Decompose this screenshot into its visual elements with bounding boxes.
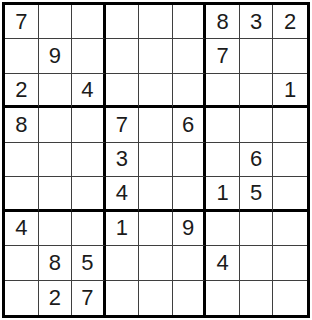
cell-r1c5[interactable] — [139, 5, 173, 39]
cell-r5c9[interactable] — [273, 143, 307, 177]
cell-r3c1[interactable]: 2 — [5, 74, 39, 108]
cell-r8c8[interactable] — [240, 246, 274, 280]
cell-r3c9[interactable]: 1 — [273, 74, 307, 108]
cell-r1c1[interactable]: 7 — [5, 5, 39, 39]
cell-r9c8[interactable] — [240, 281, 274, 315]
cell-r9c9[interactable] — [273, 281, 307, 315]
cell-r4c4[interactable]: 7 — [106, 108, 140, 142]
cell-r6c8[interactable]: 5 — [240, 177, 274, 211]
cell-r7c9[interactable] — [273, 212, 307, 246]
cell-r2c3[interactable] — [72, 39, 106, 73]
cell-r7c8[interactable] — [240, 212, 274, 246]
cell-r1c6[interactable] — [173, 5, 207, 39]
cell-r2c1[interactable] — [5, 39, 39, 73]
cell-r2c8[interactable] — [240, 39, 274, 73]
cell-r8c7[interactable]: 4 — [206, 246, 240, 280]
cell-r6c9[interactable] — [273, 177, 307, 211]
cell-r9c4[interactable] — [106, 281, 140, 315]
cell-r7c4[interactable]: 1 — [106, 212, 140, 246]
cell-r4c2[interactable] — [39, 108, 73, 142]
cell-r4c7[interactable] — [206, 108, 240, 142]
cell-r4c1[interactable]: 8 — [5, 108, 39, 142]
cell-r3c8[interactable] — [240, 74, 274, 108]
cell-r7c6[interactable]: 9 — [173, 212, 207, 246]
cell-r6c1[interactable] — [5, 177, 39, 211]
cell-r6c4[interactable]: 4 — [106, 177, 140, 211]
cell-r2c6[interactable] — [173, 39, 207, 73]
cell-r7c7[interactable] — [206, 212, 240, 246]
cell-r8c6[interactable] — [173, 246, 207, 280]
cell-r8c1[interactable] — [5, 246, 39, 280]
cell-r9c5[interactable] — [139, 281, 173, 315]
cell-r7c2[interactable] — [39, 212, 73, 246]
cell-r2c5[interactable] — [139, 39, 173, 73]
cell-r8c4[interactable] — [106, 246, 140, 280]
cell-r2c4[interactable] — [106, 39, 140, 73]
cell-r9c3[interactable]: 7 — [72, 281, 106, 315]
cell-r3c7[interactable] — [206, 74, 240, 108]
cell-r1c8[interactable]: 3 — [240, 5, 274, 39]
cell-r5c7[interactable] — [206, 143, 240, 177]
cell-r8c5[interactable] — [139, 246, 173, 280]
cell-r4c3[interactable] — [72, 108, 106, 142]
cell-r4c6[interactable]: 6 — [173, 108, 207, 142]
cell-r7c3[interactable] — [72, 212, 106, 246]
cell-r8c2[interactable]: 8 — [39, 246, 73, 280]
cell-r5c6[interactable] — [173, 143, 207, 177]
cell-r9c7[interactable] — [206, 281, 240, 315]
cell-r3c6[interactable] — [173, 74, 207, 108]
cell-r6c6[interactable] — [173, 177, 207, 211]
sudoku-board: 7832972418763641541985427 — [2, 2, 310, 318]
cell-r4c5[interactable] — [139, 108, 173, 142]
cell-r1c7[interactable]: 8 — [206, 5, 240, 39]
cell-r1c9[interactable]: 2 — [273, 5, 307, 39]
cell-r9c6[interactable] — [173, 281, 207, 315]
cell-r6c7[interactable]: 1 — [206, 177, 240, 211]
cell-r5c1[interactable] — [5, 143, 39, 177]
cell-r1c2[interactable] — [39, 5, 73, 39]
cell-r2c2[interactable]: 9 — [39, 39, 73, 73]
cell-r9c1[interactable] — [5, 281, 39, 315]
cell-r6c3[interactable] — [72, 177, 106, 211]
cell-r4c9[interactable] — [273, 108, 307, 142]
cell-r5c2[interactable] — [39, 143, 73, 177]
cell-r9c2[interactable]: 2 — [39, 281, 73, 315]
cell-r5c4[interactable]: 3 — [106, 143, 140, 177]
cell-r3c3[interactable]: 4 — [72, 74, 106, 108]
cell-r3c2[interactable] — [39, 74, 73, 108]
cell-r5c3[interactable] — [72, 143, 106, 177]
cell-r2c9[interactable] — [273, 39, 307, 73]
sudoku-page: 7832972418763641541985427 — [0, 0, 312, 320]
cell-r1c4[interactable] — [106, 5, 140, 39]
cell-r6c2[interactable] — [39, 177, 73, 211]
cell-r2c7[interactable]: 7 — [206, 39, 240, 73]
cell-r5c5[interactable] — [139, 143, 173, 177]
cell-r1c3[interactable] — [72, 5, 106, 39]
cell-r3c5[interactable] — [139, 74, 173, 108]
cell-r5c8[interactable]: 6 — [240, 143, 274, 177]
cell-r8c9[interactable] — [273, 246, 307, 280]
cell-r6c5[interactable] — [139, 177, 173, 211]
cell-r4c8[interactable] — [240, 108, 274, 142]
cell-r7c1[interactable]: 4 — [5, 212, 39, 246]
cell-r7c5[interactable] — [139, 212, 173, 246]
cell-r8c3[interactable]: 5 — [72, 246, 106, 280]
cell-r3c4[interactable] — [106, 74, 140, 108]
